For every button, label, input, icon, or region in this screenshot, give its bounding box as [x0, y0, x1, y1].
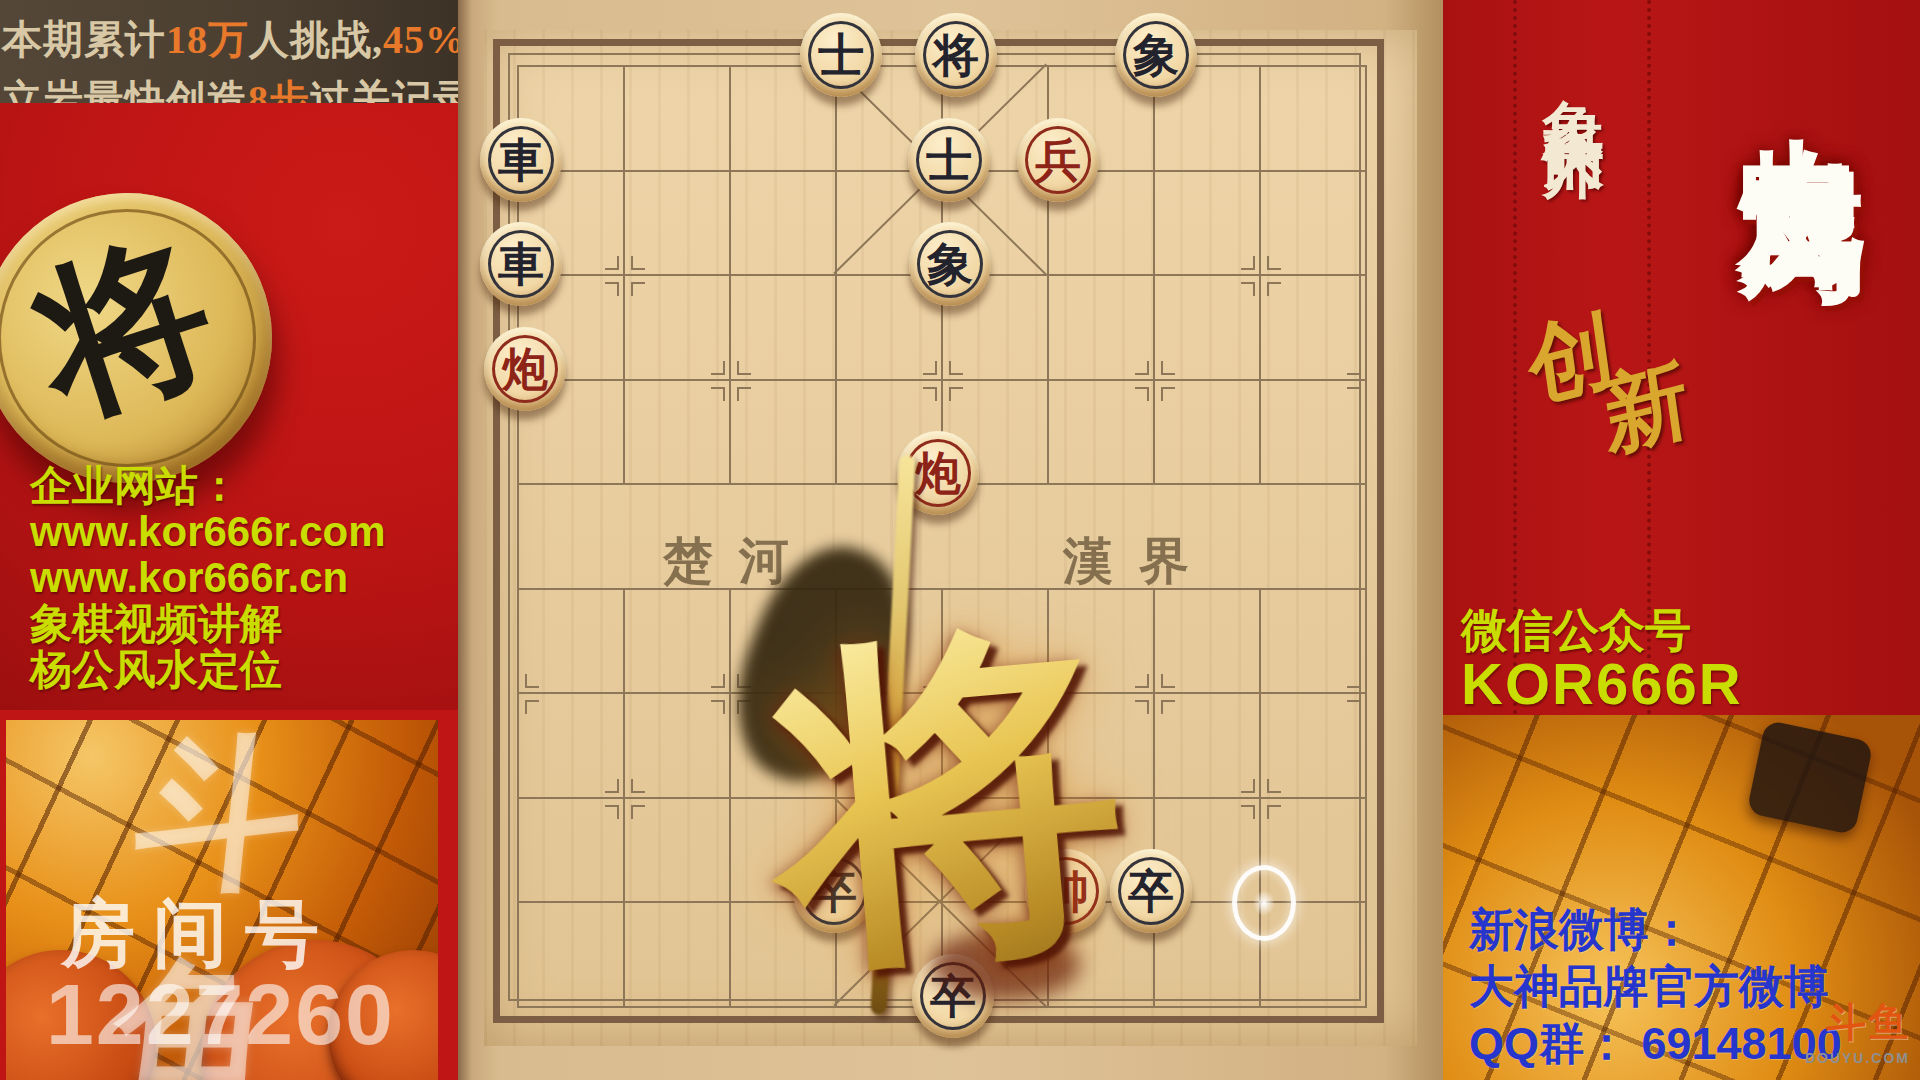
point-mark [605, 256, 619, 270]
grid-line [835, 65, 837, 483]
opening-title-vertical: 中炮对屏风马 [1723, 36, 1883, 108]
grid-line [729, 65, 731, 483]
point-mark [1135, 387, 1149, 401]
script-char-xin: 新 [1596, 340, 1696, 477]
point-mark [1241, 256, 1255, 270]
piece-black-士[interactable]: 士 [800, 13, 882, 97]
point-mark [711, 387, 725, 401]
contact-line: 象棋视频讲解 [30, 601, 386, 647]
point-mark [1267, 282, 1281, 296]
piece-red-帥[interactable]: 帥 [1025, 849, 1107, 933]
challenge-stats-banner: 本期累计18万人挑战,45%过关 立岩最快创造8步过关记录 [0, 0, 458, 103]
point-mark [923, 361, 937, 375]
douyu-watermark-domain: DOUYU.COM [1805, 1050, 1910, 1066]
room-number-value: 1227260 [46, 965, 395, 1064]
piece-glyph: 卒 [930, 973, 976, 1019]
river-label-right: 漢界 [1063, 528, 1215, 595]
grid-line [1259, 588, 1261, 1008]
general-piece-photo-glyph: 将 [9, 194, 241, 464]
douyu-watermark: 斗鱼 DOUYU.COM [1805, 995, 1910, 1066]
piece-black-車[interactable]: 車 [480, 222, 562, 306]
point-mark [1347, 700, 1361, 714]
right-ad-panel: 象棋大师 创 新 中炮对屏风马 微信公众号 KOR666R 新浪微博： 大神品牌… [1443, 0, 1920, 1080]
piece-black-車[interactable]: 車 [480, 118, 562, 202]
grid-line [1047, 588, 1049, 1008]
point-mark [631, 805, 645, 819]
grid-line [1153, 65, 1155, 483]
point-mark [605, 805, 619, 819]
point-mark [1241, 779, 1255, 793]
piece-glyph: 将 [933, 32, 979, 78]
point-mark [711, 674, 725, 688]
move-cursor-ring [1232, 865, 1296, 941]
piece-glyph: 卒 [811, 868, 857, 914]
point-mark [1347, 361, 1361, 375]
piece-black-象[interactable]: 象 [909, 222, 991, 306]
photo-dark-piece [1746, 720, 1873, 836]
point-mark [923, 674, 937, 688]
point-mark [737, 700, 751, 714]
piece-black-卒[interactable]: 卒 [912, 954, 994, 1038]
xiangqi-board[interactable]: 楚河 漢界 士将象車士兵車象炮炮卒帥卒卒 [458, 0, 1443, 1080]
piece-black-卒[interactable]: 卒 [1110, 849, 1192, 933]
piece-glyph: 士 [818, 32, 864, 78]
point-mark [1161, 387, 1175, 401]
xiangqi-photo-background: 斗鱼 房间号 1227260 [6, 720, 438, 1080]
left-ad-panel: 将 企业网站：www.kor666r.comwww.kor666r.cn象棋视频… [0, 103, 458, 710]
point-mark [631, 779, 645, 793]
piece-glyph: 象 [927, 241, 973, 287]
point-mark [631, 282, 645, 296]
point-mark [949, 361, 963, 375]
qq-group-line: QQ群： 69148100 [1469, 1014, 1842, 1074]
challenge-record-line2: 立岩最快创造8步过关记录 [2, 72, 458, 103]
grid-line [1259, 65, 1261, 483]
point-mark [1241, 805, 1255, 819]
point-mark [1267, 805, 1281, 819]
piece-glyph: 炮 [915, 450, 961, 496]
point-mark [1135, 700, 1149, 714]
piece-glyph: 帥 [1043, 868, 1089, 914]
point-mark [1161, 361, 1175, 375]
point-mark [1161, 700, 1175, 714]
piece-glyph: 象 [1133, 32, 1179, 78]
grid-line [1153, 588, 1155, 1008]
weibo-name: 大神品牌官方微博 [1469, 957, 1829, 1017]
point-mark [1267, 256, 1281, 270]
point-mark [711, 361, 725, 375]
piece-glyph: 車 [498, 241, 544, 287]
grid-line [623, 588, 625, 1008]
piece-black-卒[interactable]: 卒 [793, 849, 875, 933]
point-mark [1347, 387, 1361, 401]
piece-glyph: 車 [498, 137, 544, 183]
grid-line [623, 65, 625, 483]
contact-line: www.kor666r.cn [30, 555, 386, 601]
piece-glyph: 士 [926, 137, 972, 183]
piece-red-炮[interactable]: 炮 [484, 327, 566, 411]
point-mark [1135, 674, 1149, 688]
piece-black-将[interactable]: 将 [915, 13, 997, 97]
river-label-left: 楚河 [663, 528, 815, 595]
wechat-id: KOR666R [1461, 650, 1743, 717]
room-info-panel: 斗鱼 房间号 1227260 [0, 710, 458, 1080]
point-mark [1241, 282, 1255, 296]
point-mark [1347, 674, 1361, 688]
stream-frame: 本期累计18万人挑战,45%过关 立岩最快创造8步过关记录 将 企业网站：www… [0, 0, 1920, 1080]
point-mark [1135, 361, 1149, 375]
douyu-watermark-name: 斗鱼 [1805, 995, 1910, 1050]
point-mark [949, 700, 963, 714]
general-piece-photo: 将 [0, 166, 299, 510]
piece-red-兵[interactable]: 兵 [1017, 118, 1099, 202]
piece-red-炮[interactable]: 炮 [897, 431, 979, 515]
point-mark [923, 700, 937, 714]
grid-line [941, 588, 943, 1008]
point-mark [711, 700, 725, 714]
piece-glyph: 兵 [1035, 137, 1081, 183]
grid-line [1365, 65, 1367, 1006]
grid-line [729, 588, 731, 1008]
right-photo-background: 新浪微博： 大神品牌官方微博 QQ群： 69148100 斗鱼 DOUYU.CO… [1443, 715, 1920, 1080]
point-mark [525, 700, 539, 714]
grid-line [517, 65, 519, 1006]
point-mark [949, 387, 963, 401]
piece-black-士[interactable]: 士 [908, 118, 990, 202]
contact-line: www.kor666r.com [30, 509, 386, 555]
piece-glyph: 炮 [502, 346, 548, 392]
piece-black-象[interactable]: 象 [1115, 13, 1197, 97]
contact-line: 杨公风水定位 [30, 647, 386, 693]
point-mark [525, 674, 539, 688]
brand-vertical-text: 象棋大师 [1543, 50, 1615, 106]
point-mark [605, 779, 619, 793]
point-mark [949, 674, 963, 688]
point-mark [737, 674, 751, 688]
challenge-stats-line1: 本期累计18万人挑战,45%过关 [2, 12, 458, 67]
point-mark [1267, 779, 1281, 793]
weibo-label: 新浪微博： [1469, 900, 1694, 960]
point-mark [737, 361, 751, 375]
point-mark [605, 282, 619, 296]
point-mark [631, 256, 645, 270]
point-mark [923, 387, 937, 401]
contact-info-block: 企业网站：www.kor666r.comwww.kor666r.cn象棋视频讲解… [30, 463, 386, 693]
piece-glyph: 卒 [1128, 868, 1174, 914]
point-mark [737, 387, 751, 401]
contact-line: 企业网站： [30, 463, 386, 509]
point-mark [1161, 674, 1175, 688]
